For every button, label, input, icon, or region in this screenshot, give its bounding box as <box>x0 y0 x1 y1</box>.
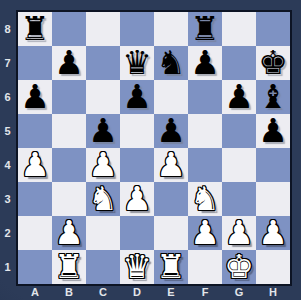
file-label-h: H <box>256 285 290 299</box>
white-pawn-h2: ♟ <box>258 216 288 250</box>
square-d5[interactable] <box>120 114 154 148</box>
file-label-d: D <box>120 285 154 299</box>
square-e1[interactable]: ♜ <box>154 250 188 284</box>
black-king-h7: ♚ <box>258 46 288 80</box>
square-c1[interactable] <box>86 250 120 284</box>
square-b1[interactable]: ♜ <box>52 250 86 284</box>
rank-label-7: 7 <box>0 46 15 80</box>
square-h3[interactable] <box>256 182 290 216</box>
square-f2[interactable]: ♟ <box>188 216 222 250</box>
square-a5[interactable] <box>18 114 52 148</box>
square-c7[interactable] <box>86 46 120 80</box>
square-d7[interactable]: ♛ <box>120 46 154 80</box>
square-g1[interactable]: ♚ <box>222 250 256 284</box>
square-e4[interactable]: ♟ <box>154 148 188 182</box>
white-knight-f3: ♞ <box>190 182 220 216</box>
square-a1[interactable] <box>18 250 52 284</box>
square-e5[interactable]: ♟ <box>154 114 188 148</box>
rank-label-6: 6 <box>0 80 15 114</box>
square-c4[interactable]: ♟ <box>86 148 120 182</box>
square-c3[interactable]: ♞ <box>86 182 120 216</box>
white-king-g1: ♚ <box>224 250 254 284</box>
square-e8[interactable] <box>154 12 188 46</box>
file-label-g: G <box>222 285 256 299</box>
square-a7[interactable] <box>18 46 52 80</box>
square-a3[interactable] <box>18 182 52 216</box>
chess-board[interactable]: ♜♜♟♛♞♟♚♟♟♟♝♟♟♟♟♟♟♞♟♞♟♟♟♟♜♛♜♚ <box>16 10 292 286</box>
square-g7[interactable] <box>222 46 256 80</box>
black-bishop-h6: ♝ <box>258 80 288 114</box>
square-h1[interactable] <box>256 250 290 284</box>
square-b4[interactable] <box>52 148 86 182</box>
square-b5[interactable] <box>52 114 86 148</box>
rank-label-1: 1 <box>0 250 15 284</box>
square-b6[interactable] <box>52 80 86 114</box>
rank-label-5: 5 <box>0 114 15 148</box>
square-g4[interactable] <box>222 148 256 182</box>
square-b2[interactable]: ♟ <box>52 216 86 250</box>
square-d6[interactable]: ♟ <box>120 80 154 114</box>
black-queen-d7: ♛ <box>122 46 152 80</box>
black-pawn-f7: ♟ <box>190 46 220 80</box>
black-rook-f8: ♜ <box>190 12 220 46</box>
square-e6[interactable] <box>154 80 188 114</box>
square-b7[interactable]: ♟ <box>52 46 86 80</box>
square-h8[interactable] <box>256 12 290 46</box>
white-pawn-e4: ♟ <box>156 148 186 182</box>
file-label-b: B <box>52 285 86 299</box>
file-label-e: E <box>154 285 188 299</box>
black-pawn-g6: ♟ <box>224 80 254 114</box>
square-f1[interactable] <box>188 250 222 284</box>
square-h7[interactable]: ♚ <box>256 46 290 80</box>
square-d8[interactable] <box>120 12 154 46</box>
square-g6[interactable]: ♟ <box>222 80 256 114</box>
square-g8[interactable] <box>222 12 256 46</box>
square-h2[interactable]: ♟ <box>256 216 290 250</box>
white-pawn-d3: ♟ <box>122 182 152 216</box>
rank-label-3: 3 <box>0 182 15 216</box>
square-a4[interactable]: ♟ <box>18 148 52 182</box>
rank-label-8: 8 <box>0 12 15 46</box>
white-knight-c3: ♞ <box>88 182 118 216</box>
square-g2[interactable]: ♟ <box>222 216 256 250</box>
square-e3[interactable] <box>154 182 188 216</box>
file-label-a: A <box>18 285 52 299</box>
square-d3[interactable]: ♟ <box>120 182 154 216</box>
white-pawn-g2: ♟ <box>224 216 254 250</box>
square-h5[interactable]: ♟ <box>256 114 290 148</box>
rank-label-2: 2 <box>0 216 15 250</box>
white-rook-b1: ♜ <box>54 250 84 284</box>
square-g3[interactable] <box>222 182 256 216</box>
rank-labels: 87654321 <box>0 12 15 284</box>
square-a6[interactable]: ♟ <box>18 80 52 114</box>
square-c6[interactable] <box>86 80 120 114</box>
square-e7[interactable]: ♞ <box>154 46 188 80</box>
white-rook-e1: ♜ <box>156 250 186 284</box>
square-b3[interactable] <box>52 182 86 216</box>
square-f3[interactable]: ♞ <box>188 182 222 216</box>
file-label-c: C <box>86 285 120 299</box>
square-d4[interactable] <box>120 148 154 182</box>
black-pawn-e5: ♟ <box>156 114 186 148</box>
file-label-f: F <box>188 285 222 299</box>
square-e2[interactable] <box>154 216 188 250</box>
square-f5[interactable] <box>188 114 222 148</box>
square-h6[interactable]: ♝ <box>256 80 290 114</box>
square-f4[interactable] <box>188 148 222 182</box>
white-queen-d1: ♛ <box>122 250 152 284</box>
square-d2[interactable] <box>120 216 154 250</box>
square-f8[interactable]: ♜ <box>188 12 222 46</box>
square-h4[interactable] <box>256 148 290 182</box>
square-a8[interactable]: ♜ <box>18 12 52 46</box>
white-pawn-f2: ♟ <box>190 216 220 250</box>
square-b8[interactable] <box>52 12 86 46</box>
white-pawn-c4: ♟ <box>88 148 118 182</box>
black-pawn-a6: ♟ <box>20 80 50 114</box>
black-pawn-b7: ♟ <box>54 46 84 80</box>
file-labels: ABCDEFGH <box>18 285 290 299</box>
square-c2[interactable] <box>86 216 120 250</box>
black-pawn-h5: ♟ <box>258 114 288 148</box>
square-c5[interactable]: ♟ <box>86 114 120 148</box>
rank-label-4: 4 <box>0 148 15 182</box>
square-c8[interactable] <box>86 12 120 46</box>
square-d1[interactable]: ♛ <box>120 250 154 284</box>
square-g5[interactable] <box>222 114 256 148</box>
white-pawn-a4: ♟ <box>20 148 50 182</box>
black-pawn-c5: ♟ <box>88 114 118 148</box>
black-rook-a8: ♜ <box>20 12 50 46</box>
square-a2[interactable] <box>18 216 52 250</box>
square-f7[interactable]: ♟ <box>188 46 222 80</box>
white-pawn-b2: ♟ <box>54 216 84 250</box>
black-knight-e7: ♞ <box>156 46 186 80</box>
black-pawn-d6: ♟ <box>122 80 152 114</box>
square-f6[interactable] <box>188 80 222 114</box>
